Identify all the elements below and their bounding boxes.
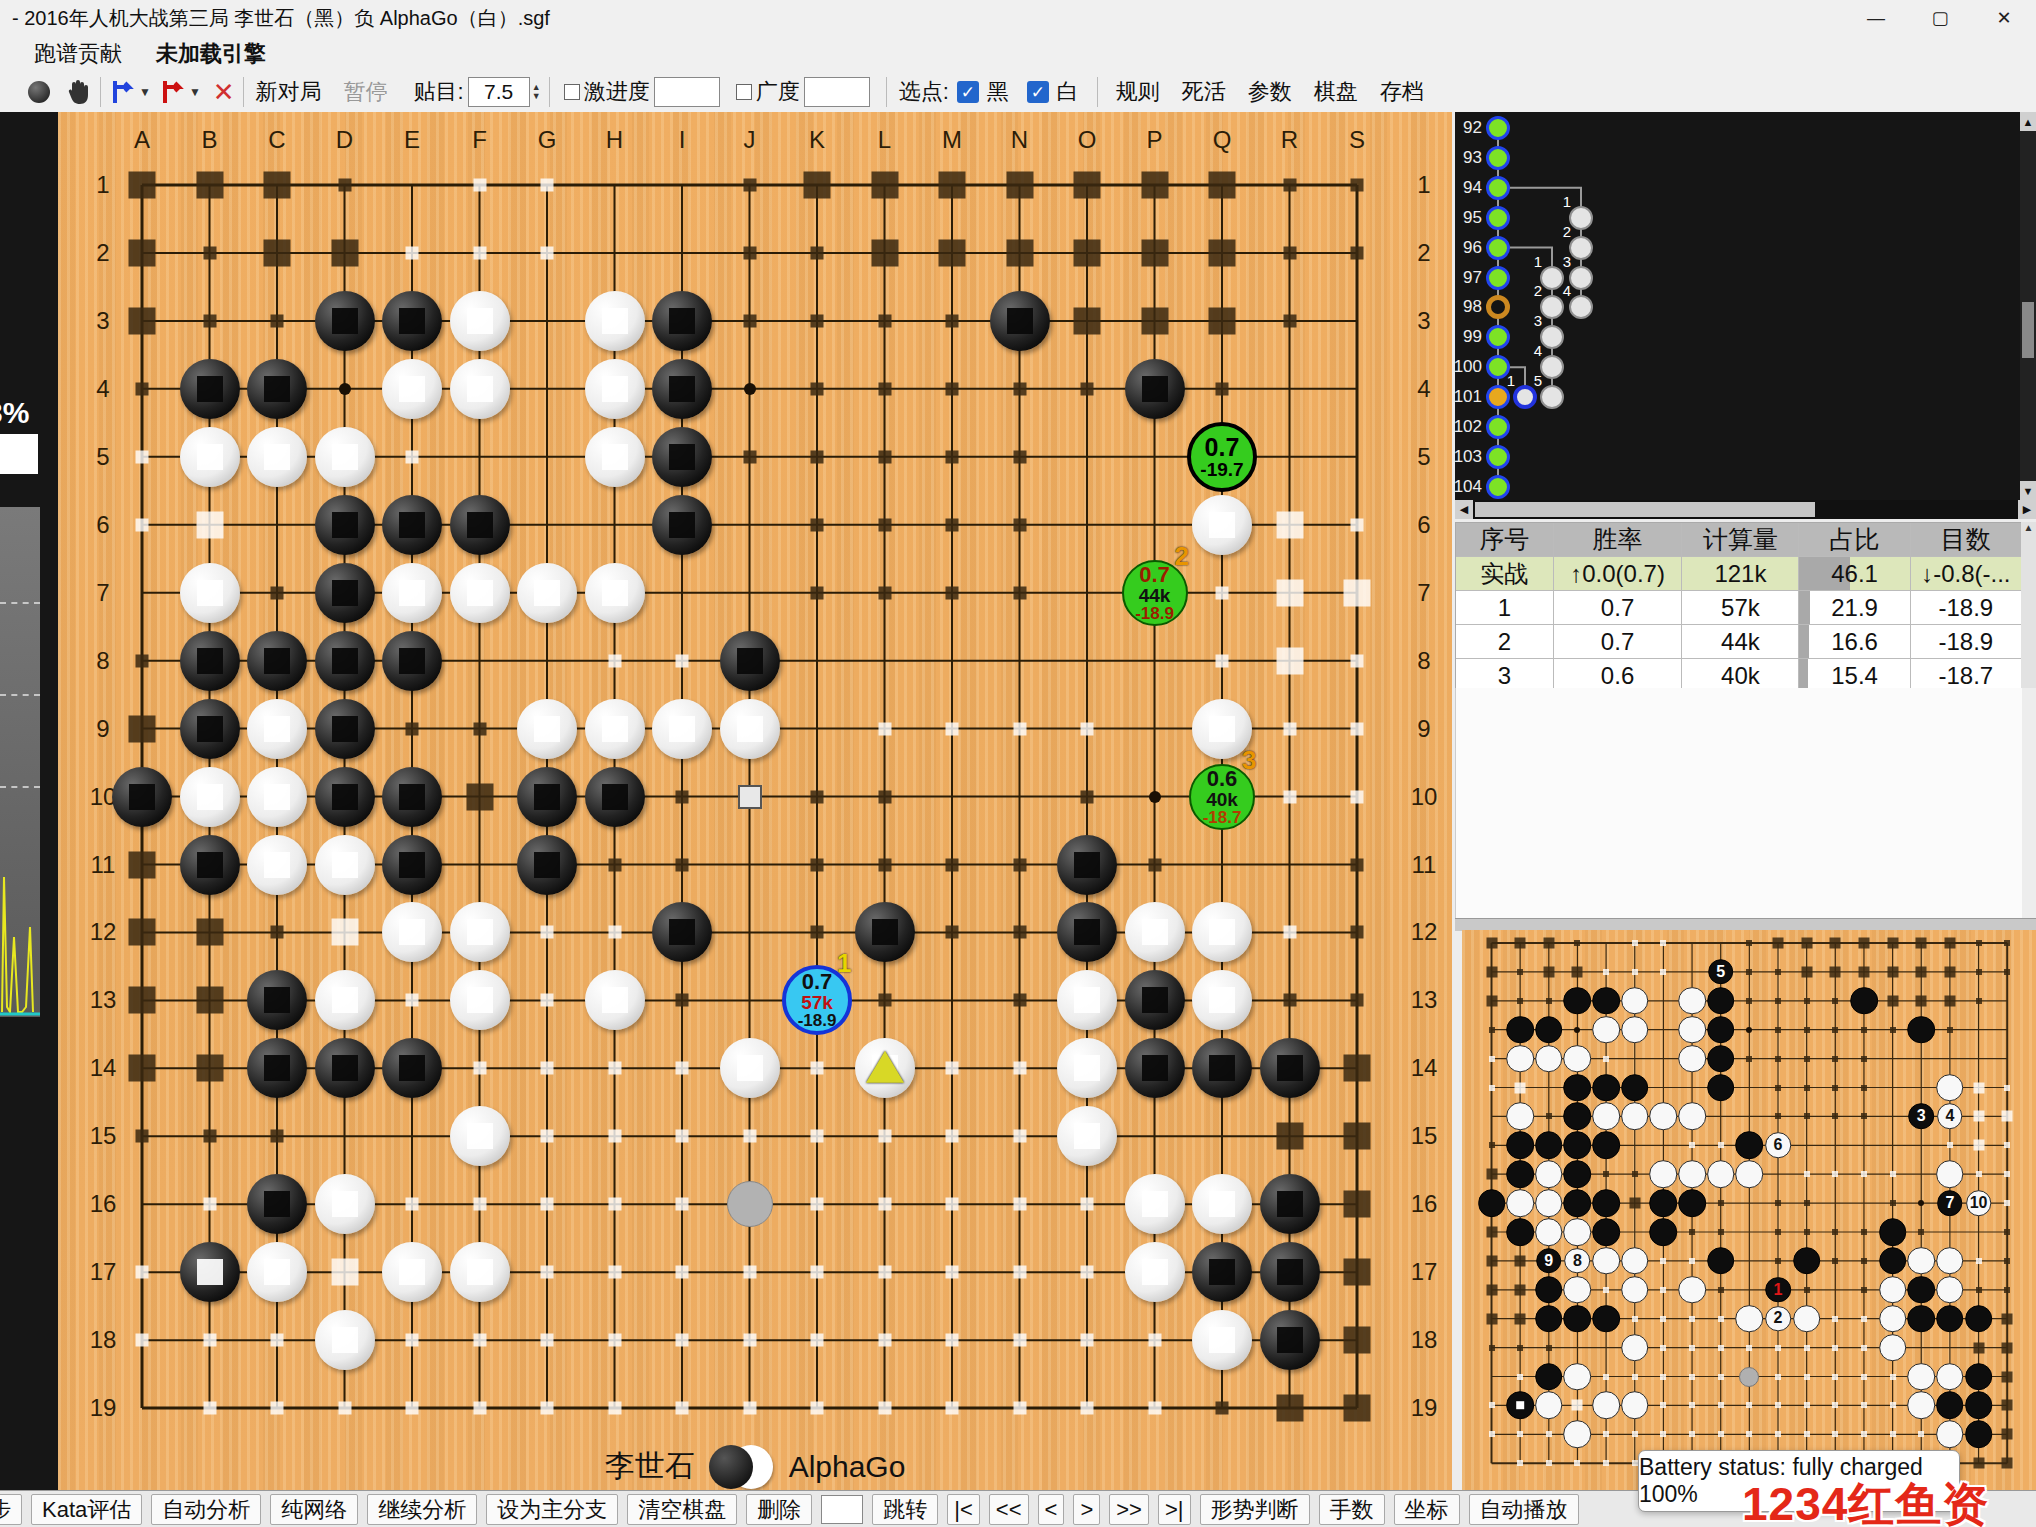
white-stone-L14[interactable] — [1793, 1305, 1821, 1333]
white-stone-J9[interactable] — [720, 699, 780, 759]
bottom-button-纯网络[interactable]: 纯网络 — [270, 1494, 358, 1525]
game-tree-panel[interactable]: 9293949596979899100101102103104123412345… — [1455, 112, 2020, 500]
black-stone-P14[interactable] — [1125, 1038, 1185, 1098]
table-header-计算量[interactable]: 计算量 — [1682, 523, 1799, 556]
white-territory-mark — [2002, 1111, 2013, 1122]
white-stone-H5[interactable] — [1678, 1045, 1706, 1073]
black-stone-B17[interactable] — [180, 1242, 240, 1302]
white-stone-E7[interactable] — [382, 563, 442, 623]
white-stone-P12[interactable] — [1907, 1247, 1935, 1275]
black-stone-E10[interactable] — [1592, 1189, 1620, 1217]
pause-button[interactable]: 暂停 — [344, 77, 388, 107]
black-territory-mark — [743, 246, 756, 259]
white-stone-C5[interactable] — [1535, 1045, 1563, 1073]
black-stone-B17[interactable] — [1506, 1392, 1534, 1420]
black-stone-I6[interactable] — [652, 495, 712, 555]
black-stone-E3[interactable] — [382, 291, 442, 351]
white-stone-O14[interactable] — [1057, 1038, 1117, 1098]
white-stone-D5[interactable] — [1564, 1045, 1592, 1073]
bottom-button-jump[interactable]: 跳转 — [872, 1494, 938, 1525]
white-stone-D16[interactable] — [315, 1174, 375, 1234]
white-stone-D13[interactable] — [1564, 1276, 1592, 1304]
menu-params[interactable]: 参数 — [1248, 77, 1292, 107]
chevron-down-icon[interactable]: ▼ — [189, 85, 201, 99]
mini-move-10-R10[interactable]: 10 — [1966, 1190, 1992, 1216]
black-stone-L12[interactable] — [1793, 1247, 1821, 1275]
black-stone-R14[interactable] — [1260, 1038, 1320, 1098]
black-stone-B9[interactable] — [1506, 1160, 1534, 1188]
black-stone-C4[interactable] — [247, 359, 307, 419]
black-stone-I12[interactable] — [652, 902, 712, 962]
black-stone-I12[interactable] — [1707, 1247, 1735, 1275]
black-stone-J8[interactable] — [1736, 1132, 1764, 1160]
white-stone-D11[interactable] — [315, 835, 375, 895]
white-stone-I9[interactable] — [652, 699, 712, 759]
black-stone-D14[interactable] — [315, 1038, 375, 1098]
menu-archive[interactable]: 存档 — [1380, 77, 1424, 107]
black-stone-G11[interactable] — [1650, 1218, 1678, 1246]
black-stone-I3[interactable] — [652, 291, 712, 351]
black-stone-I4[interactable] — [1707, 1016, 1735, 1044]
white-territory-mark — [203, 1402, 216, 1415]
black-stone-N3[interactable] — [1850, 987, 1878, 1015]
jump-move-input[interactable] — [821, 1495, 863, 1524]
white-stone-H4[interactable] — [585, 359, 645, 419]
black-stone-J8[interactable] — [720, 631, 780, 691]
black-stone-B11[interactable] — [180, 835, 240, 895]
tree-vertical-scrollbar[interactable]: ▲ ▼ — [2020, 112, 2036, 500]
branch-node[interactable] — [1569, 206, 1593, 230]
black-stone-R18[interactable] — [1965, 1421, 1993, 1449]
black-territory-mark — [1832, 1258, 1838, 1264]
stone-territory-mark — [197, 716, 223, 742]
white-stone-D16[interactable] — [1564, 1363, 1592, 1391]
white-stone-D11[interactable] — [1564, 1218, 1592, 1246]
tree-node-103[interactable] — [1486, 445, 1510, 469]
white-stone-E17[interactable] — [1592, 1392, 1620, 1420]
white-stone-Q13[interactable] — [1192, 970, 1252, 1030]
komi-input[interactable] — [468, 77, 530, 107]
table-row-1[interactable]: 10.757k21.9-18.9 — [1456, 591, 2022, 625]
white-stone-F12[interactable] — [1621, 1247, 1649, 1275]
menu-board[interactable]: 棋盘 — [1314, 77, 1358, 107]
white-stone-H3[interactable] — [1678, 987, 1706, 1015]
aggressive-input[interactable] — [654, 77, 720, 107]
white-stone-G7[interactable] — [1650, 1103, 1678, 1131]
branch-node[interactable] — [1569, 266, 1593, 290]
black-stone-C8[interactable] — [247, 631, 307, 691]
tree-node-96[interactable] — [1486, 236, 1510, 260]
branch-red-icon[interactable] — [159, 79, 189, 105]
white-stone-H7[interactable] — [1678, 1103, 1706, 1131]
black-stone-Q14[interactable] — [1192, 1038, 1252, 1098]
branch-node[interactable] — [1540, 325, 1564, 349]
white-stone-O13[interactable] — [1057, 970, 1117, 1030]
white-stone-H13[interactable] — [1678, 1276, 1706, 1304]
black-stone-B4[interactable] — [1506, 1016, 1534, 1044]
bottom-button-清空棋盘[interactable]: 清空棋盘 — [627, 1494, 737, 1525]
white-stone-H9[interactable] — [585, 699, 645, 759]
white-stone-Q18[interactable] — [1192, 1310, 1252, 1370]
white-stone-F4[interactable] — [450, 359, 510, 419]
black-stone-D7[interactable] — [1564, 1103, 1592, 1131]
black-stone-Q14[interactable] — [1936, 1305, 1964, 1333]
black-stone-B4[interactable] — [180, 359, 240, 419]
white-stone-Q9[interactable] — [1936, 1160, 1964, 1188]
black-stone-R17[interactable] — [1965, 1392, 1993, 1420]
white-stone-F3[interactable] — [1621, 987, 1649, 1015]
white-stone-O15[interactable] — [1879, 1334, 1907, 1362]
white-stone-E4[interactable] — [1592, 1016, 1620, 1044]
white-stone-P16[interactable] — [1907, 1363, 1935, 1391]
bottom-button-删除[interactable]: 删除 — [746, 1494, 812, 1525]
table-row-2[interactable]: 20.744k16.6-18.9 — [1456, 625, 2022, 659]
black-stone-D8[interactable] — [1564, 1132, 1592, 1160]
bottom-button-手数[interactable]: 手数 — [1319, 1494, 1385, 1525]
stone-icon[interactable] — [28, 81, 50, 103]
table-header-序号[interactable]: 序号 — [1456, 523, 1554, 556]
black-stone-E3[interactable] — [1592, 987, 1620, 1015]
bottom-button-形势判断[interactable]: 形势判断 — [1200, 1494, 1310, 1525]
black-stone-O12[interactable] — [1879, 1247, 1907, 1275]
table-row-实战[interactable]: 实战↑0.0(0.7)121k46.1↓-0.8(-... — [1456, 557, 2022, 591]
black-stone-P14[interactable] — [1907, 1305, 1935, 1333]
white-stone-J14[interactable] — [720, 1038, 780, 1098]
white-stone-B7[interactable] — [180, 563, 240, 623]
black-stone-H10[interactable] — [585, 767, 645, 827]
white-territory-mark — [136, 1266, 149, 1279]
branch-node[interactable] — [1540, 355, 1564, 379]
black-stone-D14[interactable] — [1564, 1305, 1592, 1333]
black-stone-D10[interactable] — [1564, 1189, 1592, 1217]
black-territory-mark — [1515, 938, 1526, 949]
menu-lifedeath[interactable]: 死活 — [1182, 77, 1226, 107]
white-stone-C5[interactable] — [247, 427, 307, 487]
minimize-button[interactable]: — — [1844, 0, 1908, 36]
white-stone-C10[interactable] — [247, 767, 307, 827]
black-stone-R14[interactable] — [1965, 1305, 1993, 1333]
black-territory-mark — [1718, 1287, 1724, 1293]
bottom-button-设为主分支[interactable]: 设为主分支 — [486, 1494, 618, 1525]
new-game-button[interactable]: 新对局 — [256, 77, 322, 107]
white-stone-Q16[interactable] — [1192, 1174, 1252, 1234]
menu-item-contribute[interactable]: 跑谱贡献 — [34, 39, 122, 69]
black-stone-B11[interactable] — [1506, 1218, 1534, 1246]
black-stone-H10[interactable] — [1678, 1189, 1706, 1217]
white-stone-F3[interactable] — [450, 291, 510, 351]
white-stone-Q13[interactable] — [1936, 1276, 1964, 1304]
white-stone-O13[interactable] — [1879, 1276, 1907, 1304]
close-button[interactable]: ✕ — [1972, 0, 2036, 36]
komi-spinner[interactable]: ▲▼ — [532, 83, 541, 101]
branch-node[interactable] — [1513, 385, 1537, 409]
white-stone-C11[interactable] — [247, 835, 307, 895]
white-stone-E12[interactable] — [382, 902, 442, 962]
white-stone-Q12[interactable] — [1192, 902, 1252, 962]
mini-move-7-Q10[interactable]: 7 — [1937, 1190, 1963, 1216]
stone-territory-mark — [197, 580, 223, 606]
white-stone-G9[interactable] — [1650, 1160, 1678, 1188]
mini-move-6-K8[interactable]: 6 — [1765, 1133, 1791, 1159]
black-stone-F6[interactable] — [1621, 1074, 1649, 1102]
white-stone-B7[interactable] — [1506, 1103, 1534, 1131]
table-header-目数[interactable]: 目数 — [1911, 523, 2022, 556]
black-stone-P13[interactable] — [1125, 970, 1185, 1030]
black-stone-E6[interactable] — [382, 495, 442, 555]
tree-node-98[interactable] — [1486, 295, 1510, 319]
branch-blue-icon[interactable] — [109, 79, 139, 105]
white-stone-H13[interactable] — [585, 970, 645, 1030]
black-stone-A10[interactable] — [112, 767, 172, 827]
white-stone-F12[interactable] — [450, 902, 510, 962]
white-stone-Q18[interactable] — [1936, 1421, 1964, 1449]
black-stone-N3[interactable] — [990, 291, 1050, 351]
mini-move-2-K14[interactable]: 2 — [1765, 1306, 1791, 1332]
black-stone-B8[interactable] — [180, 631, 240, 691]
black-stone-R16[interactable] — [1965, 1363, 1993, 1391]
mini-move-8-D12[interactable]: 8 — [1565, 1248, 1591, 1274]
white-checkbox[interactable]: ✓ — [1027, 81, 1049, 103]
bottom-button-partial[interactable]: 步 — [0, 1494, 22, 1525]
bottom-button-自动分析[interactable]: 自动分析 — [151, 1494, 261, 1525]
white-stone-B10[interactable] — [1506, 1189, 1534, 1217]
black-stone-P4[interactable] — [1125, 359, 1185, 419]
black-stone-Q17[interactable] — [1936, 1392, 1964, 1420]
white-stone-D18[interactable] — [1564, 1421, 1592, 1449]
white-stone-E7[interactable] — [1592, 1103, 1620, 1131]
nav-button-<<[interactable]: << — [989, 1494, 1029, 1525]
black-stone-E11[interactable] — [382, 835, 442, 895]
white-stone-C11[interactable] — [1535, 1218, 1563, 1246]
bottom-button-继续分析[interactable]: 继续分析 — [367, 1494, 477, 1525]
bottom-button-自动播放[interactable]: 自动播放 — [1469, 1494, 1579, 1525]
white-stone-H4[interactable] — [1678, 1016, 1706, 1044]
main-go-board[interactable]: ABCDEFGHIJKLMNOPQRS112233445566778899101… — [58, 112, 1452, 1490]
black-stone-D6[interactable] — [1564, 1074, 1592, 1102]
white-stone-D18[interactable] — [315, 1310, 375, 1370]
delete-branch-icon[interactable]: ✕ — [213, 77, 235, 108]
white-stone-C9[interactable] — [1535, 1160, 1563, 1188]
white-stone-C17[interactable] — [247, 1242, 307, 1302]
nav-button->>[interactable]: >> — [1109, 1494, 1149, 1525]
black-stone-C8[interactable] — [1535, 1132, 1563, 1160]
mini-move-1-K13[interactable]: 1 — [1765, 1277, 1791, 1303]
black-stone-E11[interactable] — [1592, 1218, 1620, 1246]
black-stone-C14[interactable] — [1535, 1305, 1563, 1333]
black-stone-E10[interactable] — [382, 767, 442, 827]
analysis-table: 序号胜率计算量占比目数实战↑0.0(0.7)121k46.1↓-0.8(-...… — [1455, 522, 2022, 694]
tree-node-104[interactable] — [1486, 475, 1510, 499]
tree-horizontal-scrollbar[interactable]: ◀ ▶ — [1455, 500, 2036, 519]
tree-node-95[interactable] — [1486, 206, 1510, 230]
black-stone-B9[interactable] — [180, 699, 240, 759]
stone-territory-mark — [1142, 919, 1168, 945]
menu-item-engine-status[interactable]: 未加载引擎 — [156, 39, 266, 69]
white-stone-E4[interactable] — [382, 359, 442, 419]
black-stone-E14[interactable] — [1592, 1305, 1620, 1333]
black-stone-D10[interactable] — [315, 767, 375, 827]
nav-button->|[interactable]: >| — [1158, 1494, 1191, 1525]
white-stone-F7[interactable] — [1621, 1103, 1649, 1131]
white-stone-J14[interactable] — [1736, 1305, 1764, 1333]
chevron-down-icon[interactable]: ▼ — [139, 85, 151, 99]
stone-territory-mark — [399, 308, 425, 334]
black-territory-mark — [2004, 1258, 2010, 1264]
black-stone-D8[interactable] — [315, 631, 375, 691]
black-stone-I4[interactable] — [652, 359, 712, 419]
black-stone-C16[interactable] — [1535, 1363, 1563, 1391]
white-stone-G9[interactable] — [517, 699, 577, 759]
black-stone-G10[interactable] — [517, 767, 577, 827]
black-stone-Q17[interactable] — [1192, 1242, 1252, 1302]
black-stone-D3[interactable] — [315, 291, 375, 351]
white-stone-P12[interactable] — [1125, 902, 1185, 962]
black-stone-D7[interactable] — [315, 563, 375, 623]
black-stone-I3[interactable] — [1707, 987, 1735, 1015]
nav-button-<[interactable]: < — [1038, 1494, 1065, 1525]
black-stone-O11[interactable] — [1057, 835, 1117, 895]
white-stone-G7[interactable] — [517, 563, 577, 623]
branch-node[interactable] — [1540, 295, 1564, 319]
black-stone-E6[interactable] — [1592, 1074, 1620, 1102]
tree-node-92[interactable] — [1486, 116, 1510, 140]
black-stone-E8[interactable] — [1592, 1132, 1620, 1160]
mini-move-3-P7[interactable]: 3 — [1908, 1104, 1934, 1130]
bottom-button-坐标[interactable]: 坐标 — [1394, 1494, 1460, 1525]
black-stone-C13[interactable] — [1535, 1276, 1563, 1304]
row-label-left-15: 15 — [90, 1122, 117, 1150]
black-stone-L12[interactable] — [855, 902, 915, 962]
branch-node[interactable] — [1540, 266, 1564, 290]
white-stone-F17[interactable] — [1621, 1392, 1649, 1420]
white-stone-D5[interactable] — [315, 427, 375, 487]
white-stone-O15[interactable] — [1057, 1106, 1117, 1166]
black-territory-mark — [1209, 172, 1236, 199]
mini-move-4-Q7[interactable]: 4 — [1937, 1104, 1963, 1130]
black-stone-P13[interactable] — [1907, 1276, 1935, 1304]
black-stone-C13[interactable] — [247, 970, 307, 1030]
black-stone-A10[interactable] — [1478, 1189, 1506, 1217]
black-stone-F6[interactable] — [450, 495, 510, 555]
tree-node-102[interactable] — [1486, 415, 1510, 439]
white-stone-F15[interactable] — [1621, 1334, 1649, 1362]
white-stone-H3[interactable] — [585, 291, 645, 351]
white-stone-J9[interactable] — [1736, 1160, 1764, 1188]
mini-go-board[interactable]: 12345678910 — [1462, 930, 2036, 1490]
nav-button-|<[interactable]: |< — [947, 1494, 980, 1525]
tree-node-93[interactable] — [1486, 146, 1510, 170]
black-stone-B8[interactable] — [1506, 1132, 1534, 1160]
table-scrollbar[interactable]: ▲ — [2021, 522, 2036, 688]
black-stone-I5[interactable] — [1707, 1045, 1735, 1073]
white-stone-Q6[interactable] — [1192, 495, 1252, 555]
white-stone-E12[interactable] — [1592, 1247, 1620, 1275]
black-stone-I5[interactable] — [652, 427, 712, 487]
branch-node[interactable] — [1569, 236, 1593, 260]
white-stone-H9[interactable] — [1678, 1160, 1706, 1188]
black-stone-R18[interactable] — [1260, 1310, 1320, 1370]
white-stone-Q16[interactable] — [1936, 1363, 1964, 1391]
nav-button->[interactable]: > — [1073, 1494, 1100, 1525]
black-stone-G11[interactable] — [517, 835, 577, 895]
suggestion-Q5[interactable]: 0.7-19.7 — [1187, 422, 1257, 492]
white-stone-H5[interactable] — [585, 427, 645, 487]
white-stone-C17[interactable] — [1535, 1392, 1563, 1420]
black-stone-C16[interactable] — [247, 1174, 307, 1234]
white-stone-E17[interactable] — [382, 1242, 442, 1302]
branch-node[interactable] — [1540, 385, 1564, 409]
tree-node-99[interactable] — [1486, 325, 1510, 349]
aggressive-checkbox[interactable] — [564, 84, 580, 100]
tree-node-97[interactable] — [1486, 266, 1510, 290]
white-stone-C9[interactable] — [247, 699, 307, 759]
black-stone-P4[interactable] — [1907, 1016, 1935, 1044]
black-stone-C4[interactable] — [1535, 1016, 1563, 1044]
black-stone-D9[interactable] — [315, 699, 375, 759]
white-stone-B5[interactable] — [1506, 1045, 1534, 1073]
white-stone-D13[interactable] — [315, 970, 375, 1030]
mini-move-5-I2[interactable]: 5 — [1708, 959, 1734, 985]
white-stone-C10[interactable] — [1535, 1189, 1563, 1217]
black-stone-C14[interactable] — [247, 1038, 307, 1098]
table-header-占比[interactable]: 占比 — [1799, 523, 1910, 556]
branch-node[interactable] — [1569, 295, 1593, 319]
bottom-button-Kata评估[interactable]: Kata评估 — [31, 1494, 142, 1525]
black-stone-E8[interactable] — [382, 631, 442, 691]
white-territory-mark — [1276, 511, 1303, 538]
mini-move-9-C12[interactable]: 9 — [1536, 1248, 1562, 1274]
white-stone-F15[interactable] — [450, 1106, 510, 1166]
white-territory-mark — [1660, 1287, 1666, 1293]
white-stone-H7[interactable] — [585, 563, 645, 623]
white-stone-F4[interactable] — [1621, 1016, 1649, 1044]
black-stone-D3[interactable] — [1564, 987, 1592, 1015]
black-stone-R16[interactable] — [1260, 1174, 1320, 1234]
breadth-input[interactable] — [804, 77, 870, 107]
white-stone-F13[interactable] — [450, 970, 510, 1030]
white-stone-Q6[interactable] — [1936, 1074, 1964, 1102]
black-territory-mark — [1887, 938, 1898, 949]
menu-rules[interactable]: 规则 — [1116, 77, 1160, 107]
table-header-胜率[interactable]: 胜率 — [1554, 523, 1683, 556]
white-stone-O14[interactable] — [1879, 1305, 1907, 1333]
hand-pan-icon[interactable] — [66, 78, 92, 106]
white-stone-I9[interactable] — [1707, 1160, 1735, 1188]
black-stone-E14[interactable] — [382, 1038, 442, 1098]
white-stone-B10[interactable] — [180, 767, 240, 827]
tree-node-94[interactable] — [1486, 176, 1510, 200]
white-stone-P16[interactable] — [1125, 1174, 1185, 1234]
white-stone-F17[interactable] — [450, 1242, 510, 1302]
white-stone-P17[interactable] — [1125, 1242, 1185, 1302]
maximize-button[interactable]: ▢ — [1908, 0, 1972, 36]
black-checkbox[interactable]: ✓ — [957, 81, 979, 103]
black-stone-D6[interactable] — [315, 495, 375, 555]
black-stone-O11[interactable] — [1879, 1218, 1907, 1246]
white-stone-P17[interactable] — [1907, 1392, 1935, 1420]
black-stone-O12[interactable] — [1057, 902, 1117, 962]
black-territory-mark — [1013, 858, 1026, 871]
white-stone-F13[interactable] — [1621, 1276, 1649, 1304]
black-stone-G10[interactable] — [1650, 1189, 1678, 1217]
white-stone-Q12[interactable] — [1936, 1247, 1964, 1275]
black-stone-R17[interactable] — [1260, 1242, 1320, 1302]
black-stone-I6[interactable] — [1707, 1074, 1735, 1102]
white-stone-B5[interactable] — [180, 427, 240, 487]
black-stone-D9[interactable] — [1564, 1160, 1592, 1188]
breadth-checkbox[interactable] — [736, 84, 752, 100]
white-stone-F7[interactable] — [450, 563, 510, 623]
